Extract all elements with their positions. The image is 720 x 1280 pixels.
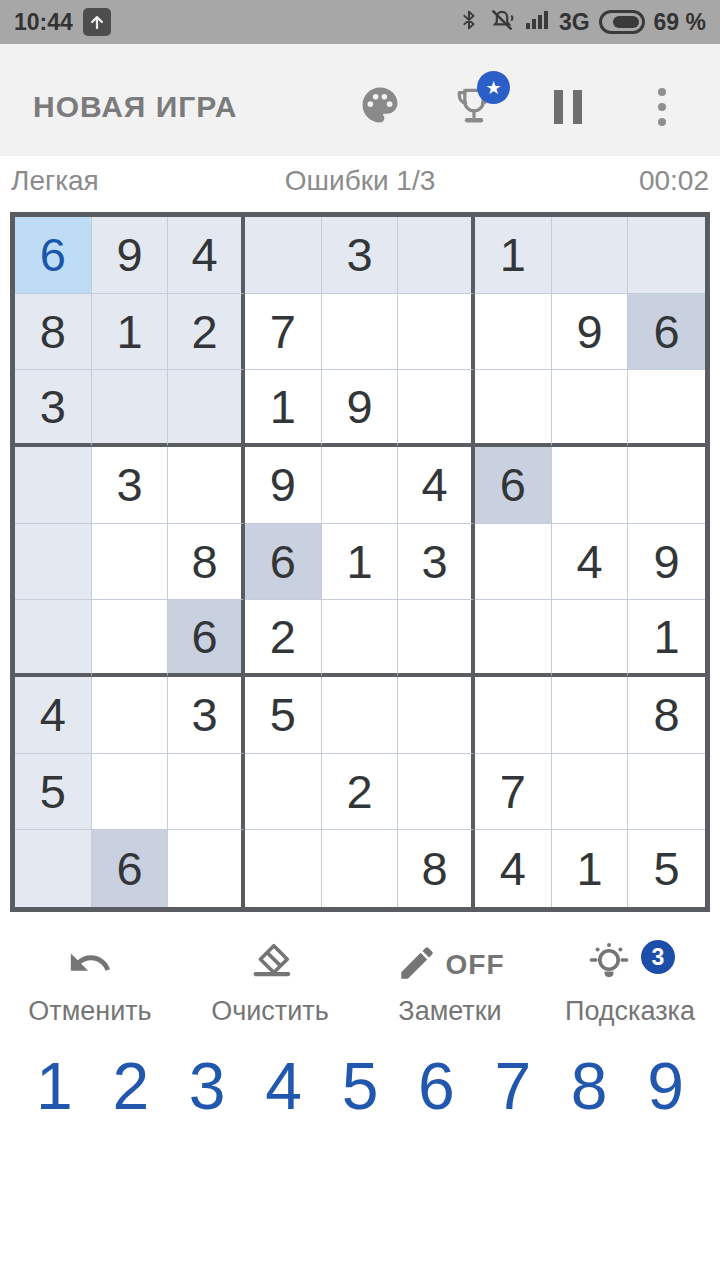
menu-button[interactable] [640,85,684,129]
cell-r8c2[interactable] [92,754,169,831]
cell-r4c8[interactable] [552,447,629,524]
cell-r9c4[interactable] [245,830,322,907]
game-info-bar: Легкая Ошибки 1/3 00:02 [0,156,720,206]
cell-r1c1[interactable]: 6 [15,217,92,294]
erase-label: Очистить [211,996,329,1027]
notes-button[interactable]: OFF Заметки [360,936,540,1027]
clock: 10:44 [14,9,73,36]
cell-r8c7[interactable]: 7 [475,754,552,831]
cell-r9c7[interactable]: 4 [475,830,552,907]
mute-bell-icon [489,7,515,37]
cell-r9c5[interactable] [322,830,399,907]
cell-r3c6[interactable] [398,370,475,447]
cell-r6c8[interactable] [552,600,629,677]
numpad-2[interactable]: 2 [112,1053,149,1119]
hint-button[interactable]: 3 Подсказка [540,936,720,1027]
cell-r3c7[interactable] [475,370,552,447]
cell-r7c7[interactable] [475,677,552,754]
network-type: 3G [559,9,590,36]
cell-r8c5[interactable]: 2 [322,754,399,831]
numpad-6[interactable]: 6 [418,1053,455,1119]
cell-r5c2[interactable] [92,524,169,601]
cell-r3c3[interactable] [168,370,245,447]
cell-r3c9[interactable] [628,370,705,447]
numpad-5[interactable]: 5 [342,1053,379,1119]
achievements-button[interactable]: ★ [452,85,496,129]
cell-r2c5[interactable] [322,294,399,371]
bluetooth-icon [458,7,480,37]
cell-r2c9[interactable]: 6 [628,294,705,371]
notes-label: Заметки [398,996,501,1027]
cell-r1c5[interactable]: 3 [322,217,399,294]
cell-r5c1[interactable] [15,524,92,601]
cell-r8c4[interactable] [245,754,322,831]
status-bar: 10:44 3G 69 % [0,0,720,44]
cell-r7c8[interactable] [552,677,629,754]
cell-r2c3[interactable]: 2 [168,294,245,371]
cell-r1c4[interactable] [245,217,322,294]
cell-r4c7[interactable]: 6 [475,447,552,524]
pencil-icon [396,942,438,988]
cell-r8c8[interactable] [552,754,629,831]
cell-r7c6[interactable] [398,677,475,754]
numpad: 1 2 3 4 5 6 7 8 9 [0,1053,720,1119]
cell-r8c1[interactable]: 5 [15,754,92,831]
cell-r7c1[interactable]: 4 [15,677,92,754]
cell-r8c3[interactable] [168,754,245,831]
cell-r3c4[interactable]: 1 [245,370,322,447]
kebab-menu-icon [658,88,666,126]
palette-icon [359,84,401,130]
cell-r3c8[interactable] [552,370,629,447]
toolbar: Отменить Очистить OFF Заметки [0,936,720,1027]
cell-r1c6[interactable] [398,217,475,294]
cell-r5c3[interactable]: 8 [168,524,245,601]
cell-r9c2[interactable]: 6 [92,830,169,907]
numpad-4[interactable]: 4 [265,1053,302,1119]
cell-r2c8[interactable]: 9 [552,294,629,371]
cell-r5c9[interactable]: 9 [628,524,705,601]
cell-r3c5[interactable]: 9 [322,370,399,447]
cell-r6c2[interactable] [92,600,169,677]
numpad-1[interactable]: 1 [36,1053,73,1119]
cell-r6c6[interactable] [398,600,475,677]
cell-r3c2[interactable] [92,370,169,447]
cell-r7c2[interactable] [92,677,169,754]
timer: 00:02 [476,165,709,197]
cell-r9c9[interactable]: 5 [628,830,705,907]
cell-r4c1[interactable] [15,447,92,524]
cell-r7c5[interactable] [322,677,399,754]
numpad-7[interactable]: 7 [494,1053,531,1119]
cell-r6c1[interactable] [15,600,92,677]
page-title: НОВАЯ ИГРА [33,90,358,124]
cell-r4c2[interactable]: 3 [92,447,169,524]
cell-r1c7[interactable]: 1 [475,217,552,294]
cell-r2c4[interactable]: 7 [245,294,322,371]
cell-r6c4[interactable]: 2 [245,600,322,677]
cell-r7c9[interactable]: 8 [628,677,705,754]
notes-state: OFF [446,949,505,981]
cell-r5c4[interactable]: 6 [245,524,322,601]
cell-r1c9[interactable] [628,217,705,294]
undo-icon [67,940,113,990]
erase-button[interactable]: Очистить [180,936,360,1027]
cell-r1c3[interactable]: 4 [168,217,245,294]
cell-r4c9[interactable] [628,447,705,524]
cell-r9c1[interactable] [15,830,92,907]
cell-r2c1[interactable]: 8 [15,294,92,371]
cell-r5c7[interactable] [475,524,552,601]
app-header: НОВАЯ ИГРА [0,44,720,156]
theme-button[interactable] [358,85,402,129]
cell-r5c6[interactable]: 3 [398,524,475,601]
sudoku-board: 694318127963193946861349621435852768415 [10,212,710,912]
cell-r9c8[interactable]: 1 [552,830,629,907]
trophy-star-badge: ★ [477,71,510,104]
pause-button[interactable] [546,85,590,129]
cell-r8c6[interactable] [398,754,475,831]
cell-r9c6[interactable]: 8 [398,830,475,907]
cell-r8c9[interactable] [628,754,705,831]
cell-r7c4[interactable]: 5 [245,677,322,754]
cell-r4c4[interactable]: 9 [245,447,322,524]
signal-icon [524,7,550,37]
cell-r7c3[interactable]: 3 [168,677,245,754]
battery-icon [599,10,645,34]
difficulty-label: Легкая [11,165,244,197]
cell-r6c7[interactable] [475,600,552,677]
numpad-8[interactable]: 8 [571,1053,608,1119]
upload-icon [83,8,111,36]
hint-count-badge: 3 [641,940,675,974]
numpad-3[interactable]: 3 [189,1053,226,1119]
cell-r1c2[interactable]: 9 [92,217,169,294]
undo-button[interactable]: Отменить [0,936,180,1027]
cell-r5c8[interactable]: 4 [552,524,629,601]
hint-label: Подсказка [565,996,695,1027]
cell-r6c5[interactable] [322,600,399,677]
pause-icon [554,90,582,124]
cell-r4c3[interactable] [168,447,245,524]
cell-r3c1[interactable]: 3 [15,370,92,447]
numpad-9[interactable]: 9 [647,1053,684,1119]
cell-r9c3[interactable] [168,830,245,907]
eraser-icon [247,940,293,990]
undo-label: Отменить [28,996,151,1027]
cell-r4c5[interactable] [322,447,399,524]
battery-percent: 69 % [654,9,706,36]
cell-r2c2[interactable]: 1 [92,294,169,371]
cell-r1c8[interactable] [552,217,629,294]
mistakes-counter: Ошибки 1/3 [244,165,477,197]
cell-r5c5[interactable]: 1 [322,524,399,601]
cell-r2c7[interactable] [475,294,552,371]
cell-r6c9[interactable]: 1 [628,600,705,677]
lightbulb-icon [585,939,633,991]
cell-r4c6[interactable]: 4 [398,447,475,524]
cell-r2c6[interactable] [398,294,475,371]
cell-r6c3[interactable]: 6 [168,600,245,677]
